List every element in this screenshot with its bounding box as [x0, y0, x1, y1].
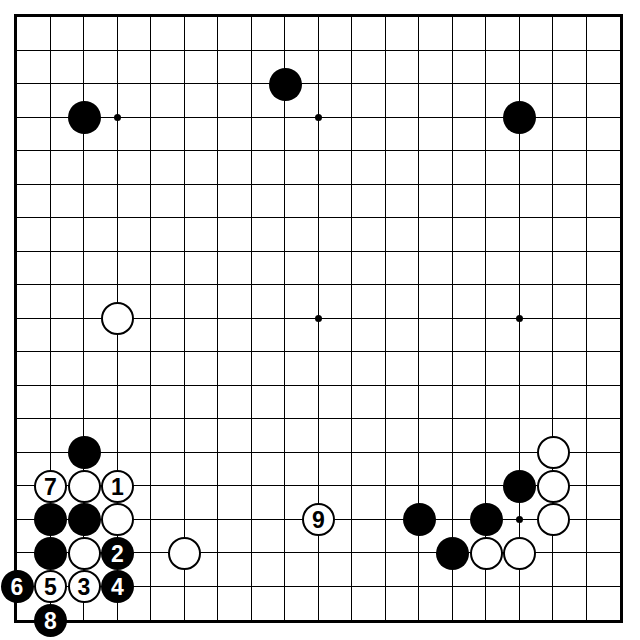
goban-cell: [319, 553, 353, 587]
white-stone: [168, 537, 201, 570]
goban-cell: [352, 84, 386, 118]
goban-cell: [352, 185, 386, 219]
goban-cell: [51, 319, 85, 353]
goban-cell: [151, 587, 185, 621]
goban-cell: [453, 252, 487, 286]
goban-cell: [51, 252, 85, 286]
goban-cell: [252, 185, 286, 219]
move-number: 6: [11, 576, 24, 599]
goban-cell: [352, 17, 386, 51]
goban-cell: [252, 285, 286, 319]
goban-cell: [587, 84, 621, 118]
goban-cell: [587, 151, 621, 185]
goban-cell: [17, 285, 51, 319]
goban-cell: [453, 352, 487, 386]
goban-cell: [386, 118, 420, 152]
goban-cell: [386, 553, 420, 587]
goban-cell: [319, 386, 353, 420]
goban-cell: [486, 419, 520, 453]
move-5-stone-white: 5: [34, 570, 67, 603]
goban-cell: [185, 319, 219, 353]
goban-cell: [185, 51, 219, 85]
goban-cell: [17, 151, 51, 185]
goban-cell: [17, 252, 51, 286]
goban-cell: [520, 352, 554, 386]
goban-cell: [285, 252, 319, 286]
goban-cell: [587, 51, 621, 85]
goban-cell: [352, 218, 386, 252]
goban-cell: [553, 185, 587, 219]
goban-cell: [453, 17, 487, 51]
goban-cell: [386, 285, 420, 319]
goban-cell: [319, 151, 353, 185]
goban-cell: [84, 386, 118, 420]
goban-cell: [486, 252, 520, 286]
goban-cell: [419, 151, 453, 185]
goban-cell: [386, 419, 420, 453]
goban-cell: [51, 352, 85, 386]
white-stone: [537, 436, 570, 469]
goban-cell: [587, 587, 621, 621]
goban-cell: [319, 453, 353, 487]
black-stone: [503, 470, 536, 503]
goban-cell: [553, 285, 587, 319]
goban-cell: [587, 185, 621, 219]
goban-cell: [319, 285, 353, 319]
goban-cell: [84, 352, 118, 386]
goban-cell: [419, 352, 453, 386]
goban-cell: [486, 51, 520, 85]
goban-cell: [185, 151, 219, 185]
goban-cell: [419, 51, 453, 85]
star-point: [516, 315, 523, 322]
goban-cell: [185, 17, 219, 51]
goban-cell: [285, 553, 319, 587]
goban-cell: [553, 352, 587, 386]
goban-cell: [553, 553, 587, 587]
goban-cell: [151, 118, 185, 152]
goban-cell: [419, 419, 453, 453]
goban-cell: [486, 17, 520, 51]
goban-cell: [453, 84, 487, 118]
goban-cell: [285, 453, 319, 487]
goban-cell: [587, 218, 621, 252]
goban-cell: [352, 520, 386, 554]
goban-cell: [17, 218, 51, 252]
white-stone: [68, 470, 101, 503]
goban-cell: [553, 319, 587, 353]
goban-cell: [486, 587, 520, 621]
goban-cell: [218, 84, 252, 118]
move-8-stone-black: 8: [34, 604, 67, 637]
move-number: 9: [312, 509, 325, 532]
goban-cell: [17, 352, 51, 386]
goban-cell: [218, 520, 252, 554]
goban-cell: [553, 17, 587, 51]
goban-cell: [453, 285, 487, 319]
goban-cell: [352, 486, 386, 520]
goban-cell: [486, 386, 520, 420]
black-stone: [470, 503, 503, 536]
goban-cell: [419, 386, 453, 420]
move-9-stone-white: 9: [302, 503, 335, 536]
goban-cell: [51, 386, 85, 420]
move-3-stone-white: 3: [68, 570, 101, 603]
goban-cell: [84, 218, 118, 252]
goban-cell: [218, 419, 252, 453]
star-point: [114, 114, 121, 121]
goban-cell: [386, 84, 420, 118]
goban-cell: [319, 587, 353, 621]
white-stone: [470, 537, 503, 570]
goban-cell: [17, 118, 51, 152]
goban-cell: [520, 252, 554, 286]
goban-cell: [118, 419, 152, 453]
goban-cell: [17, 419, 51, 453]
goban-cell: [453, 386, 487, 420]
goban-cell: [51, 51, 85, 85]
goban-cell: [520, 285, 554, 319]
goban-cell: [352, 118, 386, 152]
goban-cell: [252, 453, 286, 487]
goban-cell: [453, 587, 487, 621]
white-stone: [68, 537, 101, 570]
goban-cell: [84, 17, 118, 51]
goban-cell: [520, 185, 554, 219]
goban-cell: [453, 218, 487, 252]
goban-cell: [17, 17, 51, 51]
black-stone: [34, 537, 67, 570]
goban-cell: [386, 17, 420, 51]
goban-cell: [252, 218, 286, 252]
goban-cell: [386, 151, 420, 185]
goban-cell: [553, 118, 587, 152]
goban-cell: [218, 352, 252, 386]
goban-cell: [453, 453, 487, 487]
goban-cell: [386, 352, 420, 386]
black-stone: [503, 101, 536, 134]
goban-cell: [319, 51, 353, 85]
goban-cell: [17, 51, 51, 85]
goban-cell: [285, 352, 319, 386]
goban-cell: [252, 520, 286, 554]
goban-cell: [118, 84, 152, 118]
goban-cell: [520, 386, 554, 420]
goban-cell: [218, 151, 252, 185]
goban-cell: [520, 17, 554, 51]
goban-cell: [218, 51, 252, 85]
goban-cell: [118, 352, 152, 386]
goban-cell: [151, 17, 185, 51]
goban-cell: [17, 319, 51, 353]
goban-cell: [118, 17, 152, 51]
move-number: 7: [44, 475, 57, 498]
goban-cell: [84, 185, 118, 219]
goban-cell: [486, 185, 520, 219]
move-7-stone-white: 7: [34, 470, 67, 503]
goban-cell: [185, 218, 219, 252]
goban-cell: [419, 453, 453, 487]
goban-cell: [185, 118, 219, 152]
goban-cell: [587, 352, 621, 386]
goban-cell: [118, 252, 152, 286]
goban-cell: [352, 285, 386, 319]
goban-cell: [352, 453, 386, 487]
goban-cell: [84, 151, 118, 185]
goban-cell: [419, 185, 453, 219]
goban-cell: [520, 151, 554, 185]
black-stone: [269, 68, 302, 101]
goban-cell: [185, 587, 219, 621]
goban-cell: [352, 419, 386, 453]
goban-cell: [252, 587, 286, 621]
goban-cell: [285, 319, 319, 353]
goban-cell: [151, 151, 185, 185]
move-2-stone-black: 2: [101, 537, 134, 570]
goban-cell: [218, 486, 252, 520]
goban-cell: [419, 218, 453, 252]
goban-cell: [151, 352, 185, 386]
goban-cell: [319, 84, 353, 118]
goban-cell: [419, 118, 453, 152]
goban-cell: [17, 386, 51, 420]
black-stone: [436, 537, 469, 570]
black-stone: [403, 503, 436, 536]
goban-cell: [386, 386, 420, 420]
move-6-stone-black: 6: [1, 570, 34, 603]
goban-cell: [252, 118, 286, 152]
goban-cell: [118, 386, 152, 420]
goban-cell: [285, 17, 319, 51]
goban-cell: [51, 17, 85, 51]
goban-cell: [185, 386, 219, 420]
goban-cell: [453, 51, 487, 85]
goban-cell: [352, 587, 386, 621]
goban: 719265348: [14, 14, 623, 623]
goban-cell: [185, 84, 219, 118]
goban-cell: [419, 84, 453, 118]
goban-cell: [185, 419, 219, 453]
move-number: 8: [44, 609, 57, 632]
goban-cell: [151, 185, 185, 219]
goban-cell: [386, 587, 420, 621]
goban-cell: [118, 218, 152, 252]
goban-cell: [486, 218, 520, 252]
goban-cell: [185, 185, 219, 219]
goban-cell: [486, 151, 520, 185]
goban-cell: [419, 17, 453, 51]
white-stone: [537, 503, 570, 536]
move-number: 1: [111, 475, 124, 498]
goban-cell: [486, 285, 520, 319]
goban-cell: [285, 419, 319, 453]
goban-cell: [319, 17, 353, 51]
goban-cell: [386, 51, 420, 85]
goban-cell: [319, 319, 353, 353]
goban-cell: [84, 51, 118, 85]
goban-cell: [587, 17, 621, 51]
goban-cell: [118, 51, 152, 85]
goban-cell: [252, 486, 286, 520]
goban-cell: [285, 285, 319, 319]
goban-cell: [285, 151, 319, 185]
black-stone: [68, 101, 101, 134]
goban-cell: [453, 319, 487, 353]
goban-cell: [285, 386, 319, 420]
move-number: 2: [111, 542, 124, 565]
goban-cell: [553, 386, 587, 420]
goban-cell: [386, 185, 420, 219]
goban-cell: [520, 319, 554, 353]
goban-cell: [17, 185, 51, 219]
go-board-diagram: 719265348: [0, 0, 640, 640]
goban-cell: [218, 218, 252, 252]
goban-cell: [587, 118, 621, 152]
goban-cell: [352, 319, 386, 353]
goban-cell: [587, 453, 621, 487]
star-point: [516, 516, 523, 523]
goban-cell: [252, 386, 286, 420]
goban-cell: [185, 252, 219, 286]
goban-cell: [386, 453, 420, 487]
goban-cell: [386, 319, 420, 353]
goban-cell: [51, 218, 85, 252]
goban-cell: [587, 319, 621, 353]
goban-cell: [118, 151, 152, 185]
star-point: [315, 315, 322, 322]
goban-cell: [151, 285, 185, 319]
move-number: 4: [111, 576, 124, 599]
star-point: [315, 114, 322, 121]
goban-cell: [185, 486, 219, 520]
goban-cell: [520, 587, 554, 621]
goban-cell: [587, 285, 621, 319]
goban-cell: [319, 252, 353, 286]
goban-cell: [352, 252, 386, 286]
goban-cell: [453, 118, 487, 152]
goban-cell: [218, 17, 252, 51]
goban-cell: [151, 486, 185, 520]
goban-cell: [218, 252, 252, 286]
goban-cell: [151, 51, 185, 85]
move-1-stone-white: 1: [101, 470, 134, 503]
goban-cell: [252, 553, 286, 587]
goban-cell: [151, 252, 185, 286]
goban-cell: [587, 386, 621, 420]
goban-cell: [252, 352, 286, 386]
goban-cell: [553, 151, 587, 185]
goban-cell: [520, 51, 554, 85]
goban-cell: [386, 218, 420, 252]
goban-cell: [319, 419, 353, 453]
move-4-stone-black: 4: [101, 570, 134, 603]
move-number: 3: [78, 576, 91, 599]
white-stone: [101, 302, 134, 335]
goban-cell: [587, 252, 621, 286]
goban-cell: [319, 185, 353, 219]
goban-cell: [151, 386, 185, 420]
goban-cell: [118, 118, 152, 152]
goban-cell: [51, 285, 85, 319]
move-number: 5: [44, 576, 57, 599]
goban-cell: [419, 252, 453, 286]
goban-cell: [252, 151, 286, 185]
goban-cell: [252, 17, 286, 51]
goban-cell: [587, 520, 621, 554]
goban-cell: [252, 319, 286, 353]
goban-cell: [218, 386, 252, 420]
goban-cell: [151, 453, 185, 487]
goban-cell: [218, 118, 252, 152]
goban-cell: [319, 352, 353, 386]
goban-cell: [386, 252, 420, 286]
goban-cell: [352, 151, 386, 185]
goban-cell: [553, 587, 587, 621]
goban-cell: [151, 218, 185, 252]
goban-cell: [352, 352, 386, 386]
black-stone: [68, 503, 101, 536]
goban-cell: [453, 185, 487, 219]
goban-cell: [319, 218, 353, 252]
goban-cell: [486, 352, 520, 386]
goban-cell: [486, 319, 520, 353]
goban-cell: [453, 151, 487, 185]
goban-cell: [553, 252, 587, 286]
goban-cell: [218, 185, 252, 219]
goban-cell: [118, 185, 152, 219]
goban-cell: [285, 587, 319, 621]
goban-cell: [252, 252, 286, 286]
white-stone: [503, 537, 536, 570]
goban-cell: [419, 319, 453, 353]
goban-cell: [84, 252, 118, 286]
black-stone: [68, 436, 101, 469]
black-stone: [34, 503, 67, 536]
goban-cell: [587, 553, 621, 587]
white-stone: [537, 470, 570, 503]
goban-cell: [218, 453, 252, 487]
goban-cell: [419, 285, 453, 319]
goban-cell: [285, 218, 319, 252]
goban-cell: [51, 185, 85, 219]
goban-cell: [453, 419, 487, 453]
goban-cell: [587, 419, 621, 453]
goban-cell: [218, 285, 252, 319]
goban-cell: [319, 118, 353, 152]
goban-cell: [51, 151, 85, 185]
goban-cell: [520, 218, 554, 252]
goban-cell: [285, 118, 319, 152]
goban-cell: [352, 386, 386, 420]
goban-cell: [218, 319, 252, 353]
goban-cell: [419, 587, 453, 621]
goban-cell: [151, 319, 185, 353]
goban-cell: [185, 453, 219, 487]
goban-cell: [151, 84, 185, 118]
goban-cell: [218, 553, 252, 587]
goban-cell: [553, 51, 587, 85]
goban-cell: [17, 84, 51, 118]
goban-cell: [252, 419, 286, 453]
goban-cell: [151, 419, 185, 453]
goban-cell: [553, 218, 587, 252]
goban-cell: [185, 285, 219, 319]
goban-cell: [587, 486, 621, 520]
goban-cell: [352, 51, 386, 85]
goban-cell: [218, 587, 252, 621]
white-stone: [101, 503, 134, 536]
goban-cell: [185, 352, 219, 386]
